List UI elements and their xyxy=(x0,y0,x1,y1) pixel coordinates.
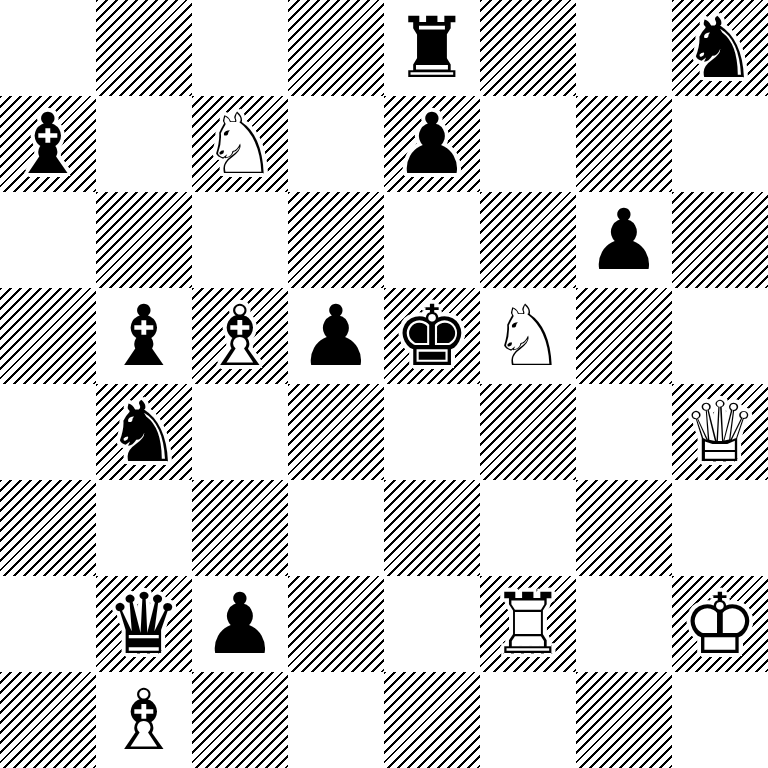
square-d1 xyxy=(288,672,384,768)
square-g2 xyxy=(576,576,672,672)
square-g7 xyxy=(576,96,672,192)
piece-glyph: ♖ xyxy=(480,576,576,672)
square-d8 xyxy=(288,0,384,96)
square-f3 xyxy=(480,480,576,576)
square-d6 xyxy=(288,192,384,288)
square-c7: ♞♘ xyxy=(192,96,288,192)
square-d3 xyxy=(288,480,384,576)
black-pawn-c2: ♟♟ xyxy=(192,576,288,672)
square-a5 xyxy=(0,288,96,384)
square-b1: ♝♗ xyxy=(96,672,192,768)
piece-glyph: ♔ xyxy=(672,576,768,672)
black-pawn-d5: ♟♟ xyxy=(288,288,384,384)
piece-glyph: ♚ xyxy=(384,288,480,384)
black-king-e5: ♚♚ xyxy=(384,288,480,384)
square-h3 xyxy=(672,480,768,576)
square-d7 xyxy=(288,96,384,192)
square-e7: ♟♟ xyxy=(384,96,480,192)
white-rook-f2: ♜♖ xyxy=(480,576,576,672)
square-c5: ♝♗ xyxy=(192,288,288,384)
white-king-h2: ♚♔ xyxy=(672,576,768,672)
piece-glyph: ♟ xyxy=(576,192,672,288)
piece-glyph: ♗ xyxy=(192,288,288,384)
square-h8: ♞♞ xyxy=(672,0,768,96)
square-h6 xyxy=(672,192,768,288)
square-e4 xyxy=(384,384,480,480)
square-b2: ♛♛ xyxy=(96,576,192,672)
square-b6 xyxy=(96,192,192,288)
white-knight-c7: ♞♘ xyxy=(192,96,288,192)
square-e6 xyxy=(384,192,480,288)
square-b8 xyxy=(96,0,192,96)
white-knight-f5: ♞♘ xyxy=(480,288,576,384)
square-e3 xyxy=(384,480,480,576)
square-h4: ♛♕ xyxy=(672,384,768,480)
piece-glyph: ♞ xyxy=(96,384,192,480)
square-e1 xyxy=(384,672,480,768)
square-c3 xyxy=(192,480,288,576)
black-pawn-g6: ♟♟ xyxy=(576,192,672,288)
square-g8 xyxy=(576,0,672,96)
black-rook-e8: ♜♜ xyxy=(384,0,480,96)
square-e5: ♚♚ xyxy=(384,288,480,384)
square-b3 xyxy=(96,480,192,576)
square-f2: ♜♖ xyxy=(480,576,576,672)
piece-glyph: ♝ xyxy=(96,288,192,384)
square-f1 xyxy=(480,672,576,768)
square-h2: ♚♔ xyxy=(672,576,768,672)
black-bishop-a7: ♝♝ xyxy=(0,96,96,192)
square-c4 xyxy=(192,384,288,480)
square-g5 xyxy=(576,288,672,384)
square-a2 xyxy=(0,576,96,672)
square-b5: ♝♝ xyxy=(96,288,192,384)
white-bishop-c5: ♝♗ xyxy=(192,288,288,384)
piece-glyph: ♜ xyxy=(384,0,480,96)
black-knight-h8: ♞♞ xyxy=(672,0,768,96)
square-e8: ♜♜ xyxy=(384,0,480,96)
piece-glyph: ♗ xyxy=(96,672,192,768)
white-queen-h4: ♛♕ xyxy=(672,384,768,480)
white-bishop-b1: ♝♗ xyxy=(96,672,192,768)
square-c8 xyxy=(192,0,288,96)
piece-glyph: ♟ xyxy=(288,288,384,384)
square-f4 xyxy=(480,384,576,480)
square-a1 xyxy=(0,672,96,768)
chess-diagram: ♜♜♞♞♝♝♞♘♟♟♟♟♝♝♝♗♟♟♚♚♞♘♞♞♛♕♛♛♟♟♜♖♚♔♝♗ xyxy=(0,0,768,768)
square-a4 xyxy=(0,384,96,480)
square-c6 xyxy=(192,192,288,288)
square-h1 xyxy=(672,672,768,768)
square-a6 xyxy=(0,192,96,288)
square-d4 xyxy=(288,384,384,480)
piece-glyph: ♟ xyxy=(384,96,480,192)
piece-glyph: ♘ xyxy=(192,96,288,192)
square-a8 xyxy=(0,0,96,96)
black-queen-b2: ♛♛ xyxy=(96,576,192,672)
square-e2 xyxy=(384,576,480,672)
black-knight-b4: ♞♞ xyxy=(96,384,192,480)
square-f8 xyxy=(480,0,576,96)
piece-glyph: ♞ xyxy=(672,0,768,96)
square-c2: ♟♟ xyxy=(192,576,288,672)
square-c1 xyxy=(192,672,288,768)
square-g4 xyxy=(576,384,672,480)
square-f7 xyxy=(480,96,576,192)
piece-glyph: ♕ xyxy=(672,384,768,480)
square-g6: ♟♟ xyxy=(576,192,672,288)
square-a3 xyxy=(0,480,96,576)
square-g1 xyxy=(576,672,672,768)
piece-glyph: ♝ xyxy=(0,96,96,192)
piece-glyph: ♘ xyxy=(480,288,576,384)
square-h5 xyxy=(672,288,768,384)
square-b7 xyxy=(96,96,192,192)
piece-glyph: ♛ xyxy=(96,576,192,672)
square-d5: ♟♟ xyxy=(288,288,384,384)
square-f6 xyxy=(480,192,576,288)
black-bishop-b5: ♝♝ xyxy=(96,288,192,384)
square-h7 xyxy=(672,96,768,192)
square-b4: ♞♞ xyxy=(96,384,192,480)
square-a7: ♝♝ xyxy=(0,96,96,192)
chess-board: ♜♜♞♞♝♝♞♘♟♟♟♟♝♝♝♗♟♟♚♚♞♘♞♞♛♕♛♛♟♟♜♖♚♔♝♗ xyxy=(0,0,768,768)
piece-glyph: ♟ xyxy=(192,576,288,672)
square-g3 xyxy=(576,480,672,576)
square-f5: ♞♘ xyxy=(480,288,576,384)
black-pawn-e7: ♟♟ xyxy=(384,96,480,192)
square-d2 xyxy=(288,576,384,672)
